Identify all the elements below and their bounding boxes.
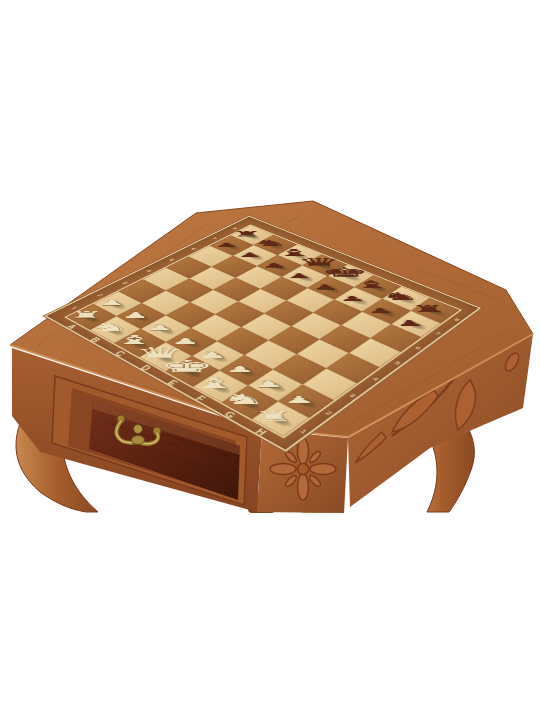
rank-label-3-right: 3 <box>348 392 358 399</box>
piece-white-pawn: ♟ <box>121 311 149 319</box>
product-photo-scene: ♜♞♝♛♚♝♞♜♟♟♟♟♟♟♟♟♟♟♟♟♟♟♟♟♜♞♝♛♚♝♞♜ ABCDEFG… <box>0 0 540 720</box>
piece-black-rook: ♜ <box>232 230 263 237</box>
piece-black-pawn: ♟ <box>261 262 287 268</box>
piece-white-pawn: ♟ <box>146 324 175 332</box>
rank-label-1-right: 1 <box>298 427 309 434</box>
piece-white-knight: ♞ <box>221 392 267 406</box>
board-grid: ♜♞♝♛♚♝♞♜♟♟♟♟♟♟♟♟♟♟♟♟♟♟♟♟♜♞♝♛♚♝♞♜ <box>64 224 462 438</box>
piece-white-pawn: ♟ <box>225 365 255 374</box>
rank-label-4-right: 4 <box>371 376 381 382</box>
piece-white-king: ♚ <box>158 358 215 375</box>
file-label-c: C <box>113 350 128 358</box>
rank-label-5-right: 5 <box>393 360 403 366</box>
piece-black-pawn: ♟ <box>366 307 395 314</box>
piece-white-knight: ♞ <box>89 321 131 332</box>
file-label-e: E <box>166 379 181 388</box>
piece-white-rook: ♜ <box>68 310 105 320</box>
piece-black-pawn: ♟ <box>237 252 262 258</box>
piece-black-pawn: ♟ <box>215 242 240 248</box>
piece-black-pawn: ♟ <box>286 273 313 280</box>
piece-black-pawn: ♟ <box>312 284 340 291</box>
piece-black-pawn: ♟ <box>395 319 425 327</box>
rank-label-7-right: 7 <box>434 331 443 336</box>
file-label-d: D <box>139 364 154 372</box>
board-perspective-wrapper: ♜♞♝♛♚♝♞♜♟♟♟♟♟♟♟♟♟♟♟♟♟♟♟♟♜♞♝♛♚♝♞♜ ABCDEFG… <box>112 160 416 464</box>
piece-white-rook: ♜ <box>253 410 295 423</box>
rank-label-2-right: 2 <box>324 409 335 416</box>
rank-label-6-right: 6 <box>414 345 423 351</box>
file-label-a: A <box>65 323 79 330</box>
piece-white-pawn: ♟ <box>283 395 316 405</box>
file-label-f: F <box>194 394 208 403</box>
piece-white-bishop: ♝ <box>191 376 238 390</box>
piece-white-pawn: ♟ <box>253 380 284 389</box>
rank-label-8-right: 8 <box>453 317 462 322</box>
piece-white-pawn: ♟ <box>98 299 126 306</box>
piece-black-pawn: ♟ <box>338 295 367 302</box>
file-label-b: B <box>88 336 102 344</box>
